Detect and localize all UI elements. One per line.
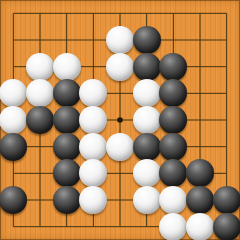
intersection-r1c2[interactable] [53, 27, 80, 54]
black-stone [159, 133, 187, 161]
intersection-r3c1[interactable] [27, 80, 54, 107]
white-stone [159, 186, 187, 214]
intersection-r7c8[interactable] [213, 187, 240, 214]
intersection-r6c3[interactable] [80, 160, 107, 187]
intersection-r2c2[interactable] [53, 53, 80, 80]
intersection-r8c8[interactable] [213, 213, 240, 240]
white-stone [0, 106, 27, 134]
intersection-r6c6[interactable] [160, 160, 187, 187]
black-stone [53, 186, 81, 214]
intersection-r3c3[interactable] [80, 80, 107, 107]
intersection-r4c8[interactable] [213, 107, 240, 134]
intersection-r7c1[interactable] [27, 187, 54, 214]
white-stone [106, 53, 134, 81]
intersection-r8c7[interactable] [187, 213, 214, 240]
white-stone [53, 53, 81, 81]
white-stone [26, 79, 54, 107]
intersection-r2c5[interactable] [133, 53, 160, 80]
white-stone [79, 79, 107, 107]
intersection-r2c7[interactable] [187, 53, 214, 80]
intersection-r1c1[interactable] [27, 27, 54, 54]
intersection-r8c4[interactable] [107, 213, 134, 240]
intersection-r8c0[interactable] [0, 213, 27, 240]
intersection-r0c3[interactable] [80, 0, 107, 27]
board-intersections [0, 0, 240, 240]
black-stone [133, 26, 161, 54]
intersection-r5c3[interactable] [80, 133, 107, 160]
intersection-r6c7[interactable] [187, 160, 214, 187]
intersection-r4c2[interactable] [53, 107, 80, 134]
intersection-r7c2[interactable] [53, 187, 80, 214]
black-stone [159, 159, 187, 187]
black-stone [159, 106, 187, 134]
intersection-r1c3[interactable] [80, 27, 107, 54]
white-stone [0, 79, 27, 107]
white-stone [79, 133, 107, 161]
white-stone [79, 106, 107, 134]
intersection-r3c5[interactable] [133, 80, 160, 107]
black-stone [186, 159, 214, 187]
intersection-r4c4[interactable] [107, 107, 134, 134]
intersection-r0c2[interactable] [53, 0, 80, 27]
intersection-r0c8[interactable] [213, 0, 240, 27]
intersection-r7c0[interactable] [0, 187, 27, 214]
intersection-r0c5[interactable] [133, 0, 160, 27]
intersection-r1c0[interactable] [0, 27, 27, 54]
intersection-r0c6[interactable] [160, 0, 187, 27]
intersection-r6c8[interactable] [213, 160, 240, 187]
intersection-r0c7[interactable] [187, 0, 214, 27]
intersection-r4c1[interactable] [27, 107, 54, 134]
black-stone [186, 186, 214, 214]
intersection-r1c4[interactable] [107, 27, 134, 54]
white-stone [159, 213, 187, 240]
intersection-r7c6[interactable] [160, 187, 187, 214]
intersection-r5c4[interactable] [107, 133, 134, 160]
intersection-r2c1[interactable] [27, 53, 54, 80]
intersection-r1c6[interactable] [160, 27, 187, 54]
intersection-r5c6[interactable] [160, 133, 187, 160]
intersection-r6c2[interactable] [53, 160, 80, 187]
intersection-r4c0[interactable] [0, 107, 27, 134]
intersection-r6c0[interactable] [0, 160, 27, 187]
white-stone [106, 133, 134, 161]
intersection-r3c8[interactable] [213, 80, 240, 107]
intersection-r4c5[interactable] [133, 107, 160, 134]
white-stone [133, 186, 161, 214]
intersection-r5c0[interactable] [0, 133, 27, 160]
intersection-r2c4[interactable] [107, 53, 134, 80]
black-stone [53, 79, 81, 107]
black-stone [213, 186, 240, 214]
intersection-r5c5[interactable] [133, 133, 160, 160]
intersection-r3c2[interactable] [53, 80, 80, 107]
intersection-r1c8[interactable] [213, 27, 240, 54]
intersection-r5c7[interactable] [187, 133, 214, 160]
intersection-r8c1[interactable] [27, 213, 54, 240]
black-stone [0, 133, 27, 161]
white-stone [26, 53, 54, 81]
white-stone [133, 159, 161, 187]
intersection-r0c0[interactable] [0, 0, 27, 27]
intersection-r7c4[interactable] [107, 187, 134, 214]
black-stone [53, 159, 81, 187]
intersection-r4c3[interactable] [80, 107, 107, 134]
intersection-r6c5[interactable] [133, 160, 160, 187]
intersection-r8c6[interactable] [160, 213, 187, 240]
black-stone [133, 53, 161, 81]
go-board [0, 0, 240, 240]
black-stone [53, 133, 81, 161]
intersection-r3c6[interactable] [160, 80, 187, 107]
intersection-r6c1[interactable] [27, 160, 54, 187]
intersection-r7c3[interactable] [80, 187, 107, 214]
intersection-r6c4[interactable] [107, 160, 134, 187]
intersection-r5c2[interactable] [53, 133, 80, 160]
intersection-r1c5[interactable] [133, 27, 160, 54]
black-stone [26, 106, 54, 134]
intersection-r5c8[interactable] [213, 133, 240, 160]
intersection-r8c3[interactable] [80, 213, 107, 240]
white-stone [133, 106, 161, 134]
intersection-r2c3[interactable] [80, 53, 107, 80]
intersection-r7c7[interactable] [187, 187, 214, 214]
black-stone [53, 106, 81, 134]
intersection-r0c1[interactable] [27, 0, 54, 27]
white-stone [133, 79, 161, 107]
black-stone [213, 213, 240, 240]
intersection-r3c7[interactable] [187, 80, 214, 107]
intersection-r2c0[interactable] [0, 53, 27, 80]
intersection-r4c6[interactable] [160, 107, 187, 134]
intersection-r8c2[interactable] [53, 213, 80, 240]
white-stone [79, 159, 107, 187]
intersection-r3c0[interactable] [0, 80, 27, 107]
intersection-r3c4[interactable] [107, 80, 134, 107]
white-stone [79, 186, 107, 214]
intersection-r4c7[interactable] [187, 107, 214, 134]
intersection-r8c5[interactable] [133, 213, 160, 240]
white-stone [106, 26, 134, 54]
black-stone [133, 133, 161, 161]
intersection-r2c8[interactable] [213, 53, 240, 80]
white-stone [186, 213, 214, 240]
intersection-r7c5[interactable] [133, 187, 160, 214]
intersection-r1c7[interactable] [187, 27, 214, 54]
intersection-r5c1[interactable] [27, 133, 54, 160]
intersection-r0c4[interactable] [107, 0, 134, 27]
black-stone [0, 186, 27, 214]
intersection-r2c6[interactable] [160, 53, 187, 80]
black-stone [159, 53, 187, 81]
black-stone [159, 79, 187, 107]
